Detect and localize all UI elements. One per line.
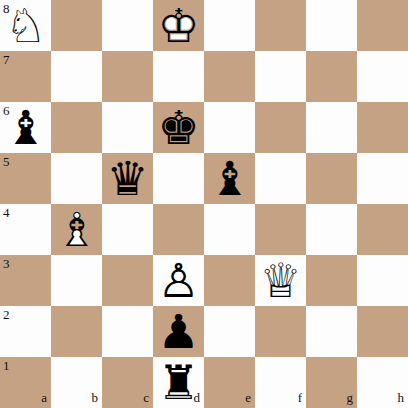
square-b4[interactable]: ♝♗ [51, 204, 102, 255]
square-a4[interactable]: 4 [0, 204, 51, 255]
square-e4[interactable] [204, 204, 255, 255]
square-d8[interactable]: ♚♔ [153, 0, 204, 51]
square-a6[interactable]: 6♝ [0, 102, 51, 153]
square-h4[interactable] [357, 204, 408, 255]
rank-label-7: 7 [3, 53, 10, 66]
square-g3[interactable] [306, 255, 357, 306]
square-e1[interactable]: e [204, 357, 255, 408]
file-label-g: g [347, 391, 354, 404]
square-c6[interactable] [102, 102, 153, 153]
square-g8[interactable] [306, 0, 357, 51]
square-d7[interactable] [153, 51, 204, 102]
square-e2[interactable] [204, 306, 255, 357]
white-queen-f3[interactable]: ♕ [255, 255, 306, 306]
square-e8[interactable] [204, 0, 255, 51]
square-b3[interactable] [51, 255, 102, 306]
square-h6[interactable] [357, 102, 408, 153]
square-e3[interactable] [204, 255, 255, 306]
square-f2[interactable] [255, 306, 306, 357]
square-f3[interactable]: ♛♕ [255, 255, 306, 306]
square-c4[interactable] [102, 204, 153, 255]
square-g5[interactable] [306, 153, 357, 204]
square-a2[interactable]: 2 [0, 306, 51, 357]
square-b2[interactable] [51, 306, 102, 357]
square-b8[interactable] [51, 0, 102, 51]
square-f8[interactable] [255, 0, 306, 51]
file-label-a: a [41, 391, 47, 404]
square-e5[interactable]: ♝ [204, 153, 255, 204]
square-b7[interactable] [51, 51, 102, 102]
black-pawn-d2[interactable]: ♟ [153, 306, 204, 357]
square-c8[interactable] [102, 0, 153, 51]
rank-label-4: 4 [3, 206, 10, 219]
file-label-e: e [245, 391, 251, 404]
square-d4[interactable] [153, 204, 204, 255]
square-e7[interactable] [204, 51, 255, 102]
file-label-f: f [298, 391, 302, 404]
square-a8[interactable]: 8♞♘ [0, 0, 51, 51]
rank-label-5: 5 [3, 155, 10, 168]
square-d2[interactable]: ♟ [153, 306, 204, 357]
square-a3[interactable]: 3 [0, 255, 51, 306]
file-label-h: h [398, 391, 405, 404]
square-f1[interactable]: f [255, 357, 306, 408]
square-c7[interactable] [102, 51, 153, 102]
square-h5[interactable] [357, 153, 408, 204]
square-g2[interactable] [306, 306, 357, 357]
square-c2[interactable] [102, 306, 153, 357]
rank-label-2: 2 [3, 308, 10, 321]
white-bishop-b4[interactable]: ♗ [51, 204, 102, 255]
square-h8[interactable] [357, 0, 408, 51]
square-e6[interactable] [204, 102, 255, 153]
square-d5[interactable] [153, 153, 204, 204]
rank-label-3: 3 [3, 257, 10, 270]
chess-board: 8♞♘♚♔76♝♚5♛♝4♝♗3♟♙♛♕2♟1abcd♜efgh [0, 0, 408, 408]
square-a1[interactable]: 1a [0, 357, 51, 408]
square-c1[interactable]: c [102, 357, 153, 408]
rank-label-1: 1 [3, 359, 10, 372]
black-bishop-a6[interactable]: ♝ [0, 102, 51, 153]
square-h7[interactable] [357, 51, 408, 102]
square-f6[interactable] [255, 102, 306, 153]
black-king-d6[interactable]: ♚ [153, 102, 204, 153]
square-h3[interactable] [357, 255, 408, 306]
square-f7[interactable] [255, 51, 306, 102]
file-label-b: b [92, 391, 99, 404]
square-f4[interactable] [255, 204, 306, 255]
square-g7[interactable] [306, 51, 357, 102]
black-rook-d1[interactable]: ♜ [153, 357, 204, 408]
black-queen-c5[interactable]: ♛ [102, 153, 153, 204]
white-pawn-d3[interactable]: ♙ [153, 255, 204, 306]
square-d6[interactable]: ♚ [153, 102, 204, 153]
square-c5[interactable]: ♛ [102, 153, 153, 204]
square-g6[interactable] [306, 102, 357, 153]
square-h2[interactable] [357, 306, 408, 357]
square-b6[interactable] [51, 102, 102, 153]
square-g4[interactable] [306, 204, 357, 255]
square-b1[interactable]: b [51, 357, 102, 408]
file-label-c: c [143, 391, 149, 404]
square-d1[interactable]: d♜ [153, 357, 204, 408]
white-knight-a8[interactable]: ♘ [0, 0, 51, 51]
square-d3[interactable]: ♟♙ [153, 255, 204, 306]
square-f5[interactable] [255, 153, 306, 204]
square-a5[interactable]: 5 [0, 153, 51, 204]
square-c3[interactable] [102, 255, 153, 306]
square-b5[interactable] [51, 153, 102, 204]
square-h1[interactable]: h [357, 357, 408, 408]
white-king-d8[interactable]: ♔ [153, 0, 204, 51]
black-bishop-e5[interactable]: ♝ [204, 153, 255, 204]
square-g1[interactable]: g [306, 357, 357, 408]
square-a7[interactable]: 7 [0, 51, 51, 102]
